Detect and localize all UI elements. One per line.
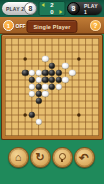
gomoku-board[interactable]: [5, 38, 99, 136]
game-mode-label: Single Player: [26, 20, 77, 33]
restart-button[interactable]: ↻: [30, 147, 51, 168]
stone-black: [49, 70, 55, 76]
player2-pill: PLAY 2 8: [2, 2, 36, 15]
bottom-bar: ⌂ ↻ ↶: [0, 140, 104, 184]
board-frame: [1, 34, 103, 140]
stone-white: [35, 119, 41, 125]
score-panel: 2 0: [39, 1, 66, 16]
stone-black: [42, 77, 48, 83]
stone-white: [35, 70, 41, 76]
help-button[interactable]: ?: [90, 20, 101, 31]
stone-black: [29, 77, 35, 83]
home-icon: ⌂: [15, 152, 22, 163]
hint-button[interactable]: [52, 147, 73, 168]
score-play1: 0: [50, 9, 53, 15]
undo-icon: ↶: [79, 152, 89, 164]
stone-white: [42, 56, 48, 62]
home-button[interactable]: ⌂: [8, 147, 29, 168]
stone-white: [35, 77, 41, 83]
stone-black: [35, 84, 41, 90]
stone-black: [35, 98, 41, 104]
stone-white: [29, 91, 35, 97]
board-intersections: [5, 38, 99, 136]
stone-white: [56, 84, 62, 90]
stone-white: [62, 77, 68, 83]
stone-black: [49, 63, 55, 69]
turn-arrow-right-icon: [60, 10, 63, 14]
stone-black: [49, 84, 55, 90]
stone-black: [56, 77, 62, 83]
stone-white: [69, 70, 75, 76]
restart-icon: ↻: [35, 152, 44, 163]
mode-bar: 1 OFF Single Player ?: [0, 17, 104, 34]
player1-pill: 8 PLAY 1: [68, 2, 102, 15]
top-bar: PLAY 2 8 2 0 8 PLAY 1: [0, 0, 104, 17]
hint-lightbulb-icon: [59, 153, 66, 160]
toggle-badge: 1: [3, 20, 14, 31]
player2-label: PLAY 2: [6, 6, 24, 12]
stone-white: [29, 84, 35, 90]
stone-black: [29, 112, 35, 118]
first-move-toggle[interactable]: 1 OFF: [3, 20, 26, 31]
player1-label: PLAY 1: [84, 3, 102, 15]
score-row-play1: 0: [40, 9, 65, 15]
stone-white: [29, 70, 35, 76]
stone-black: [35, 91, 41, 97]
undo-button[interactable]: ↶: [74, 147, 95, 168]
turn-arrow-left-icon: [42, 3, 45, 7]
stone-black: [49, 77, 55, 83]
player2-white-stone-icon: 8: [24, 2, 37, 15]
stone-black: [56, 70, 62, 76]
player1-black-stone-icon: 8: [67, 2, 80, 15]
stone-white: [42, 84, 48, 90]
score-row-play2: 2: [40, 2, 65, 8]
stone-white: [42, 91, 48, 97]
stone-black: [22, 70, 28, 76]
stone-black: [42, 70, 48, 76]
score-play2: 2: [50, 2, 53, 8]
stone-white: [62, 63, 68, 69]
app-screen: PLAY 2 8 2 0 8 PLAY 1 1 OFF Single Playe…: [0, 0, 104, 184]
toggle-state-label: OFF: [16, 23, 26, 29]
